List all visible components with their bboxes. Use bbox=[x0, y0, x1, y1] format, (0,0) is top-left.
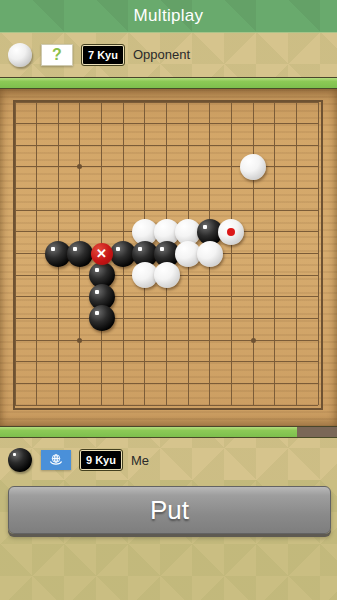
star-point bbox=[77, 164, 82, 169]
star-point bbox=[251, 338, 256, 343]
page-title: Multiplay bbox=[134, 6, 204, 26]
opponent-timer-bar bbox=[0, 77, 337, 89]
title-bar: Multiplay bbox=[0, 0, 337, 33]
grid-line-h bbox=[15, 296, 318, 297]
grid-line-h bbox=[15, 340, 318, 341]
app-screen: Multiplay ? 7 Kyu Opponent ✕ bbox=[0, 0, 337, 600]
grid-line-v bbox=[296, 102, 297, 405]
opponent-rank-badge: 7 Kyu bbox=[82, 45, 124, 65]
opponent-name: Opponent bbox=[133, 47, 190, 62]
un-emblem bbox=[47, 451, 65, 469]
put-button[interactable]: Put bbox=[8, 486, 331, 534]
un-flag-icon bbox=[41, 450, 71, 470]
grid-line-h bbox=[15, 405, 318, 406]
stone-highlight bbox=[203, 225, 207, 229]
stone-highlight bbox=[95, 290, 99, 294]
stone-highlight bbox=[160, 247, 164, 251]
my-timer-bar bbox=[0, 426, 337, 438]
put-button-label: Put bbox=[150, 495, 189, 526]
opponent-stone-icon bbox=[8, 43, 32, 67]
grid-line-v bbox=[274, 102, 275, 405]
stone-black bbox=[67, 241, 93, 267]
grid-line-v bbox=[318, 102, 319, 405]
stone-white bbox=[154, 262, 180, 288]
stone-highlight bbox=[51, 247, 55, 251]
stone-highlight bbox=[95, 268, 99, 272]
stone-white bbox=[197, 241, 223, 267]
opponent-row: ? 7 Kyu Opponent bbox=[0, 32, 337, 77]
board-grid[interactable]: ✕ bbox=[15, 102, 318, 405]
opponent-timer-fill bbox=[0, 78, 337, 88]
my-timer-fill bbox=[0, 427, 297, 437]
my-player-row: 9 Kyu Me bbox=[0, 438, 337, 482]
grid-line-v bbox=[253, 102, 254, 405]
stone-white bbox=[240, 154, 266, 180]
stone-black bbox=[89, 305, 115, 331]
placement-cursor-marker[interactable]: ✕ bbox=[91, 243, 113, 265]
my-name: Me bbox=[131, 453, 149, 468]
stone-highlight bbox=[116, 247, 120, 251]
grid-line-h bbox=[15, 318, 318, 319]
grid-line-h bbox=[15, 383, 318, 384]
grid-line-h bbox=[15, 361, 318, 362]
stone-highlight bbox=[138, 247, 142, 251]
unknown-flag-icon: ? bbox=[41, 44, 73, 66]
stone-highlight bbox=[95, 311, 99, 315]
gomoku-board[interactable]: ✕ bbox=[0, 89, 337, 426]
my-stone-icon bbox=[8, 448, 32, 472]
my-rank-badge: 9 Kyu bbox=[80, 450, 122, 470]
grid-line-v bbox=[231, 102, 232, 405]
star-point bbox=[77, 338, 82, 343]
unknown-flag-glyph: ? bbox=[52, 46, 62, 64]
stone-highlight bbox=[73, 247, 77, 251]
